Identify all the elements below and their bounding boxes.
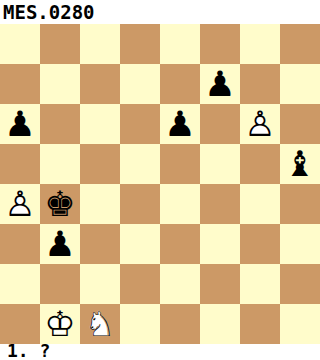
square-a4[interactable]: ♟♙ [0, 184, 40, 224]
square-f4[interactable] [200, 184, 240, 224]
square-d1[interactable] [120, 304, 160, 344]
white-pawn-piece: ♙ [240, 104, 280, 144]
square-h6[interactable] [280, 104, 320, 144]
square-f7[interactable]: ♟ [200, 64, 240, 104]
white-knight-piece-fill: ♞ [80, 304, 120, 344]
square-c8[interactable] [80, 24, 120, 64]
square-g5[interactable] [240, 144, 280, 184]
square-f6[interactable] [200, 104, 240, 144]
square-b5[interactable] [40, 144, 80, 184]
square-c5[interactable] [80, 144, 120, 184]
chess-board: ♟♟♟♟♙♝♟♙♚♟♚♔♞♘ [0, 24, 320, 344]
square-e8[interactable] [160, 24, 200, 64]
square-g1[interactable] [240, 304, 280, 344]
square-c1[interactable]: ♞♘ [80, 304, 120, 344]
square-d5[interactable] [120, 144, 160, 184]
square-g6[interactable]: ♟♙ [240, 104, 280, 144]
square-d7[interactable] [120, 64, 160, 104]
square-g7[interactable] [240, 64, 280, 104]
square-g8[interactable] [240, 24, 280, 64]
black-pawn-piece: ♟ [160, 104, 200, 144]
square-f5[interactable] [200, 144, 240, 184]
square-b7[interactable] [40, 64, 80, 104]
square-b1[interactable]: ♚♔ [40, 304, 80, 344]
square-a7[interactable] [0, 64, 40, 104]
square-a1[interactable] [0, 304, 40, 344]
square-g2[interactable] [240, 264, 280, 304]
white-king-piece: ♔ [40, 304, 80, 344]
square-f8[interactable] [200, 24, 240, 64]
square-g4[interactable] [240, 184, 280, 224]
white-pawn-piece-fill: ♟ [0, 184, 40, 224]
white-pawn-piece-fill: ♟ [240, 104, 280, 144]
square-a5[interactable] [0, 144, 40, 184]
square-b6[interactable] [40, 104, 80, 144]
square-e3[interactable] [160, 224, 200, 264]
square-h2[interactable] [280, 264, 320, 304]
black-pawn-piece: ♟ [0, 104, 40, 144]
square-d4[interactable] [120, 184, 160, 224]
square-h7[interactable] [280, 64, 320, 104]
square-d2[interactable] [120, 264, 160, 304]
square-f2[interactable] [200, 264, 240, 304]
square-e5[interactable] [160, 144, 200, 184]
square-a2[interactable] [0, 264, 40, 304]
square-a3[interactable] [0, 224, 40, 264]
square-d3[interactable] [120, 224, 160, 264]
square-c2[interactable] [80, 264, 120, 304]
square-e1[interactable] [160, 304, 200, 344]
square-b3[interactable]: ♟ [40, 224, 80, 264]
square-f1[interactable] [200, 304, 240, 344]
square-e2[interactable] [160, 264, 200, 304]
square-d8[interactable] [120, 24, 160, 64]
white-pawn-piece: ♙ [0, 184, 40, 224]
square-a6[interactable]: ♟ [0, 104, 40, 144]
square-h4[interactable] [280, 184, 320, 224]
square-a8[interactable] [0, 24, 40, 64]
square-d6[interactable] [120, 104, 160, 144]
square-h5[interactable]: ♝ [280, 144, 320, 184]
white-king-piece-fill: ♚ [40, 304, 80, 344]
square-b8[interactable] [40, 24, 80, 64]
square-g3[interactable] [240, 224, 280, 264]
square-b2[interactable] [40, 264, 80, 304]
black-pawn-piece: ♟ [40, 224, 80, 264]
square-h3[interactable] [280, 224, 320, 264]
diagram-title: MES.0280 [3, 1, 95, 24]
black-pawn-piece: ♟ [200, 64, 240, 104]
black-king-piece: ♚ [40, 184, 80, 224]
white-knight-piece: ♘ [80, 304, 120, 344]
square-e6[interactable]: ♟ [160, 104, 200, 144]
square-c3[interactable] [80, 224, 120, 264]
square-h8[interactable] [280, 24, 320, 64]
square-e7[interactable] [160, 64, 200, 104]
square-f3[interactable] [200, 224, 240, 264]
move-prompt: 1. ? [7, 342, 50, 360]
square-e4[interactable] [160, 184, 200, 224]
black-bishop-piece: ♝ [280, 144, 320, 184]
square-c6[interactable] [80, 104, 120, 144]
square-b4[interactable]: ♚ [40, 184, 80, 224]
square-c7[interactable] [80, 64, 120, 104]
square-c4[interactable] [80, 184, 120, 224]
square-h1[interactable] [280, 304, 320, 344]
